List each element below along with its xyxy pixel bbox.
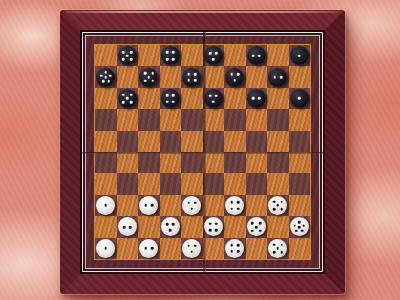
pip-dot xyxy=(151,80,154,83)
pip-dot xyxy=(122,51,125,54)
white-checker[interactable] xyxy=(268,239,287,258)
pip-dot xyxy=(122,58,125,61)
pip-dot xyxy=(237,250,240,253)
square-r3c9[interactable] xyxy=(267,88,289,109)
pip-dot xyxy=(298,221,301,224)
pip-dot xyxy=(151,72,154,75)
square-r4c2[interactable] xyxy=(117,109,139,130)
square-r8c1[interactable] xyxy=(95,195,117,216)
pip-dot xyxy=(215,222,218,225)
pip-dot xyxy=(166,223,169,226)
pip-dot xyxy=(130,51,133,54)
square-r2c3[interactable] xyxy=(138,66,160,87)
pip-dot xyxy=(276,204,279,207)
pip-dot xyxy=(252,97,255,100)
pip-dot xyxy=(230,207,233,210)
square-r3c6[interactable] xyxy=(203,88,225,109)
square-r6c7[interactable] xyxy=(224,152,246,173)
pip-dot xyxy=(190,208,193,211)
pip-dot xyxy=(147,76,150,79)
white-checker[interactable] xyxy=(290,217,309,236)
pip-dot xyxy=(107,80,110,83)
pip-dot xyxy=(144,204,147,207)
pip-dot xyxy=(293,224,296,227)
black-checker[interactable] xyxy=(290,89,309,108)
square-r8c5[interactable] xyxy=(181,195,203,216)
square-r3c1[interactable] xyxy=(95,88,117,109)
pip-dot xyxy=(104,71,107,74)
pip-dot xyxy=(258,97,261,100)
pip-dot xyxy=(230,201,233,204)
white-checker[interactable] xyxy=(182,196,201,215)
square-r1c4[interactable] xyxy=(160,45,182,66)
black-checker[interactable] xyxy=(247,46,266,65)
pip-dot xyxy=(194,202,197,205)
pip-dot xyxy=(255,226,258,229)
pip-dot xyxy=(172,100,175,103)
white-checker[interactable] xyxy=(225,196,244,215)
pip-dot xyxy=(209,229,212,232)
square-r10c9[interactable] xyxy=(267,238,289,259)
pip-dot xyxy=(230,244,233,247)
square-r1c7[interactable] xyxy=(224,45,246,66)
black-checker[interactable] xyxy=(225,68,244,87)
pip-dot xyxy=(130,101,133,104)
pip-dot xyxy=(144,80,147,83)
square-r4c5[interactable] xyxy=(181,109,203,130)
pip-dot xyxy=(194,79,197,82)
black-checker[interactable] xyxy=(204,89,223,108)
square-r2c5[interactable] xyxy=(181,66,203,87)
white-checker[interactable] xyxy=(161,217,180,236)
square-r8c4[interactable] xyxy=(160,195,182,216)
black-checker[interactable] xyxy=(290,46,309,65)
square-r9c6[interactable] xyxy=(203,216,225,237)
board-opening xyxy=(80,30,325,274)
square-r7c3[interactable] xyxy=(138,173,160,194)
white-checker[interactable] xyxy=(225,239,244,258)
square-r6c10[interactable] xyxy=(289,152,311,173)
square-r10c5[interactable] xyxy=(181,238,203,259)
black-checker[interactable] xyxy=(161,46,180,65)
pinstripe-border-outer xyxy=(82,32,323,272)
square-r6c2[interactable] xyxy=(117,152,139,173)
square-r5c6[interactable] xyxy=(203,131,225,152)
pip-dot xyxy=(252,54,255,57)
square-r7c10[interactable] xyxy=(289,173,311,194)
board-margin xyxy=(86,36,319,268)
square-r10c1[interactable] xyxy=(95,238,117,259)
square-r2c4[interactable] xyxy=(160,66,182,87)
square-r5c8[interactable] xyxy=(246,131,268,152)
pip-dot xyxy=(126,97,129,100)
pip-dot xyxy=(102,80,105,83)
pip-dot xyxy=(144,72,147,75)
square-r1c8[interactable] xyxy=(246,45,268,66)
black-checker[interactable] xyxy=(118,46,137,65)
square-r3c5[interactable] xyxy=(181,88,203,109)
square-r5c5[interactable] xyxy=(181,131,203,152)
pip-dot xyxy=(230,73,233,76)
pip-dot xyxy=(194,73,197,76)
white-checker[interactable] xyxy=(247,217,266,236)
pip-dot xyxy=(151,204,154,207)
square-r8c8[interactable] xyxy=(246,195,268,216)
square-r10c10[interactable] xyxy=(289,238,311,259)
square-r1c2[interactable] xyxy=(117,45,139,66)
square-r10c8[interactable] xyxy=(246,238,268,259)
pip-dot xyxy=(172,58,175,61)
pip-dot xyxy=(187,73,190,76)
pip-dot xyxy=(273,243,276,246)
square-r4c10[interactable] xyxy=(289,109,311,130)
square-r6c6[interactable] xyxy=(203,152,225,173)
pinstripe-border-inner xyxy=(85,35,320,269)
white-checker[interactable] xyxy=(204,217,223,236)
square-r1c1[interactable] xyxy=(95,45,117,66)
square-r9c4[interactable] xyxy=(160,216,182,237)
pip-dot xyxy=(302,224,305,227)
pip-dot xyxy=(273,208,276,211)
square-r3c7[interactable] xyxy=(224,88,246,109)
square-r1c3[interactable] xyxy=(138,45,160,66)
white-checker[interactable] xyxy=(182,239,201,258)
square-r7c2[interactable] xyxy=(117,173,139,194)
pip-dot xyxy=(258,54,261,57)
black-checker[interactable] xyxy=(182,68,201,87)
pip-dot xyxy=(280,243,283,246)
pip-dot xyxy=(215,95,218,98)
pip-dot xyxy=(230,250,233,253)
square-r2c6[interactable] xyxy=(203,66,225,87)
square-r4c9[interactable] xyxy=(267,109,289,130)
square-r7c5[interactable] xyxy=(181,173,203,194)
square-r3c4[interactable] xyxy=(160,88,182,109)
pip-dot xyxy=(129,226,132,229)
frame-top-highlight xyxy=(66,11,339,13)
square-r4c7[interactable] xyxy=(224,109,246,130)
pip-dot xyxy=(295,230,298,233)
pip-dot xyxy=(209,52,212,55)
square-r10c6[interactable] xyxy=(203,238,225,259)
pip-dot xyxy=(166,100,169,103)
pip-dot xyxy=(276,247,279,250)
pip-dot xyxy=(104,247,107,250)
black-checker[interactable] xyxy=(139,68,158,87)
square-r5c4[interactable] xyxy=(160,131,182,152)
square-r4c6[interactable] xyxy=(203,109,225,130)
white-checker[interactable] xyxy=(96,196,115,215)
square-r4c1[interactable] xyxy=(95,109,117,130)
square-r1c9[interactable] xyxy=(267,45,289,66)
square-r1c10[interactable] xyxy=(289,45,311,66)
black-checker[interactable] xyxy=(268,68,287,87)
square-r9c10[interactable] xyxy=(289,216,311,237)
square-r1c6[interactable] xyxy=(203,45,225,66)
square-r9c3[interactable] xyxy=(138,216,160,237)
pip-dot xyxy=(301,230,304,233)
pip-dot xyxy=(215,52,218,55)
pip-dot xyxy=(122,93,125,96)
pip-dot xyxy=(130,93,133,96)
square-r10c3[interactable] xyxy=(138,238,160,259)
pip-dot xyxy=(187,202,190,205)
pip-dot xyxy=(130,58,133,61)
square-r10c7[interactable] xyxy=(224,238,246,259)
pip-dot xyxy=(273,251,276,254)
pip-dot xyxy=(212,58,215,61)
pip-dot xyxy=(100,74,103,77)
square-r6c1[interactable] xyxy=(95,152,117,173)
checkers-board[interactable] xyxy=(94,44,311,260)
square-r5c3[interactable] xyxy=(138,131,160,152)
pip-dot xyxy=(251,229,254,232)
pip-dot xyxy=(190,250,193,253)
pip-dot xyxy=(280,251,283,254)
square-r4c4[interactable] xyxy=(160,109,182,130)
square-r3c8[interactable] xyxy=(246,88,268,109)
square-r9c8[interactable] xyxy=(246,216,268,237)
pip-dot xyxy=(151,247,154,250)
pip-dot xyxy=(172,223,175,226)
square-r8c7[interactable] xyxy=(224,195,246,216)
pip-dot xyxy=(273,76,276,79)
white-checker[interactable] xyxy=(139,196,158,215)
pip-dot xyxy=(172,94,175,97)
square-r6c3[interactable] xyxy=(138,152,160,173)
square-r7c4[interactable] xyxy=(160,173,182,194)
square-r5c7[interactable] xyxy=(224,131,246,152)
pip-dot xyxy=(122,101,125,104)
pip-dot xyxy=(298,226,301,229)
pip-dot xyxy=(273,200,276,203)
square-r6c5[interactable] xyxy=(181,152,203,173)
pip-dot xyxy=(280,76,283,79)
square-r1c5[interactable] xyxy=(181,45,203,66)
square-r8c10[interactable] xyxy=(289,195,311,216)
square-r7c8[interactable] xyxy=(246,173,268,194)
pip-dot xyxy=(209,222,212,225)
black-checker[interactable] xyxy=(161,89,180,108)
pip-dot xyxy=(109,74,112,77)
square-r2c2[interactable] xyxy=(117,66,139,87)
square-r9c1[interactable] xyxy=(95,216,117,237)
pip-dot xyxy=(298,54,301,57)
pip-dot xyxy=(104,76,107,79)
square-r7c6[interactable] xyxy=(203,173,225,194)
pip-dot xyxy=(259,222,262,225)
pip-dot xyxy=(194,244,197,247)
square-r6c8[interactable] xyxy=(246,152,268,173)
square-r7c1[interactable] xyxy=(95,173,117,194)
square-r7c9[interactable] xyxy=(267,173,289,194)
square-r4c3[interactable] xyxy=(138,109,160,130)
pip-dot xyxy=(172,51,175,54)
square-r5c10[interactable] xyxy=(289,131,311,152)
square-r2c7[interactable] xyxy=(224,66,246,87)
pip-dot xyxy=(233,79,236,82)
white-checker[interactable] xyxy=(139,239,158,258)
black-checker[interactable] xyxy=(96,68,115,87)
pip-dot xyxy=(212,101,215,104)
pip-dot xyxy=(187,244,190,247)
pip-dot xyxy=(209,95,212,98)
square-r2c9[interactable] xyxy=(267,66,289,87)
square-r3c3[interactable] xyxy=(138,88,160,109)
pip-dot xyxy=(187,79,190,82)
pip-dot xyxy=(237,73,240,76)
square-r2c1[interactable] xyxy=(95,66,117,87)
square-r4c8[interactable] xyxy=(246,109,268,130)
black-checker[interactable] xyxy=(247,89,266,108)
square-r8c2[interactable] xyxy=(117,195,139,216)
pip-dot xyxy=(237,244,240,247)
square-r6c9[interactable] xyxy=(267,152,289,173)
wooden-frame xyxy=(60,10,345,294)
white-checker[interactable] xyxy=(118,217,137,236)
pip-dot xyxy=(280,208,283,211)
pip-dot xyxy=(298,97,301,100)
square-r8c6[interactable] xyxy=(203,195,225,216)
white-checker[interactable] xyxy=(268,196,287,215)
square-r5c1[interactable] xyxy=(95,131,117,152)
pip-dot xyxy=(280,200,283,203)
pip-dot xyxy=(166,51,169,54)
square-r9c5[interactable] xyxy=(181,216,203,237)
pip-dot xyxy=(166,94,169,97)
pip-dot xyxy=(237,201,240,204)
square-r9c9[interactable] xyxy=(267,216,289,237)
square-r8c9[interactable] xyxy=(267,195,289,216)
square-r2c8[interactable] xyxy=(246,66,268,87)
pip-dot xyxy=(215,229,218,232)
pip-dot xyxy=(169,229,172,232)
square-r6c4[interactable] xyxy=(160,152,182,173)
pip-dot xyxy=(144,247,147,250)
square-r3c10[interactable] xyxy=(289,88,311,109)
square-r5c2[interactable] xyxy=(117,131,139,152)
square-r2c10[interactable] xyxy=(289,66,311,87)
square-r9c7[interactable] xyxy=(224,216,246,237)
square-r10c4[interactable] xyxy=(160,238,182,259)
square-r5c9[interactable] xyxy=(267,131,289,152)
pip-dot xyxy=(166,58,169,61)
pip-dot xyxy=(251,222,254,225)
square-r8c3[interactable] xyxy=(138,195,160,216)
black-checker[interactable] xyxy=(118,89,137,108)
pip-dot xyxy=(104,204,107,207)
white-checker[interactable] xyxy=(96,239,115,258)
black-checker[interactable] xyxy=(204,46,223,65)
pip-dot xyxy=(126,54,129,57)
pip-dot xyxy=(259,229,262,232)
square-r7c7[interactable] xyxy=(224,173,246,194)
square-r9c2[interactable] xyxy=(117,216,139,237)
pip-dot xyxy=(123,226,126,229)
square-r3c2[interactable] xyxy=(117,88,139,109)
square-r10c2[interactable] xyxy=(117,238,139,259)
pip-dot xyxy=(237,207,240,210)
